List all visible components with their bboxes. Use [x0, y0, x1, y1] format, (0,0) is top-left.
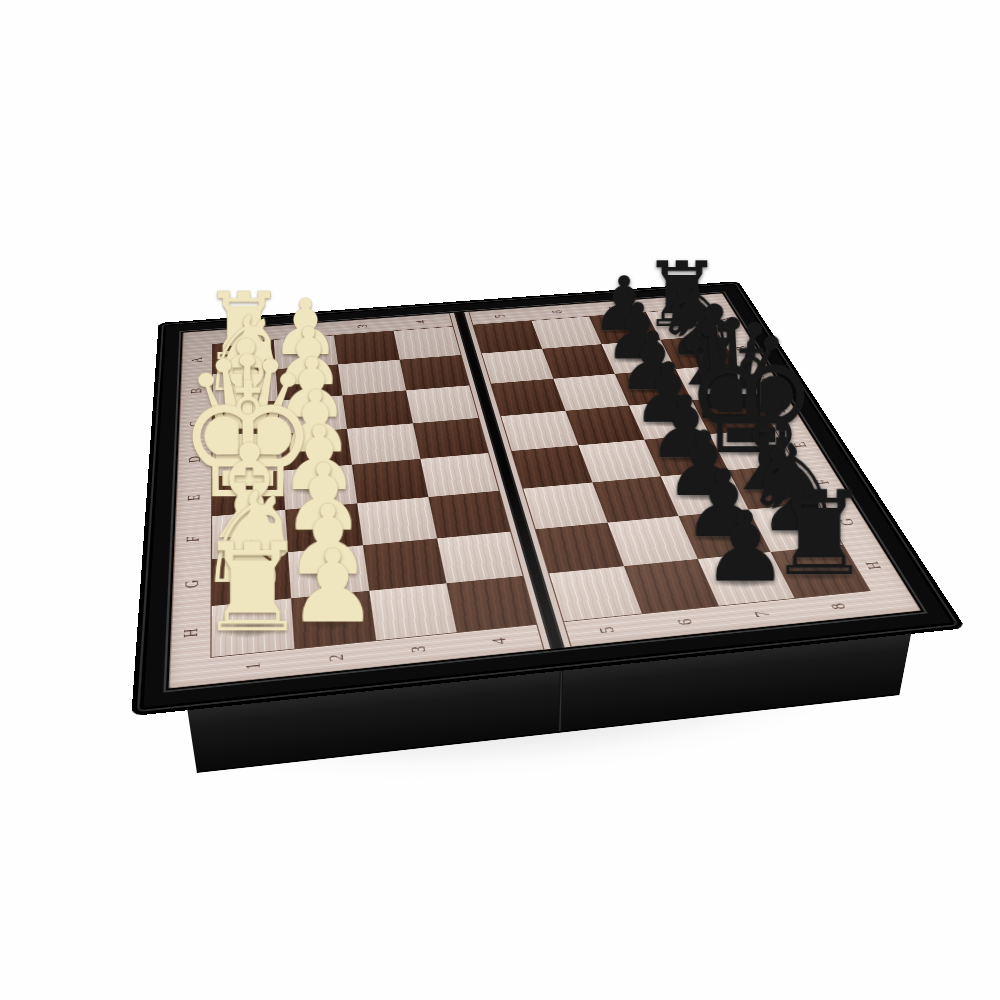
product-photo-stage: AABBCCDDEEFFGGHH1122334455667788 ♜♟♟♜♞♟♟… [0, 0, 1000, 1000]
scene-3d: AABBCCDDEEFFGGHH1122334455667788 ♜♟♟♜♞♟♟… [0, 0, 1000, 1000]
square-b4[interactable] [400, 355, 469, 390]
label-rank-far-4: 4 [409, 316, 434, 328]
label-rank-far-7: 7 [601, 302, 627, 314]
base-hinge-seam [558, 661, 564, 732]
black-pawn-h7[interactable]: ♟ [666, 498, 824, 595]
square-c4[interactable] [406, 385, 478, 423]
square-b3[interactable] [338, 360, 406, 396]
black-pawn-glyph: ♟ [702, 498, 789, 595]
label-rank-far-6: 6 [545, 306, 571, 318]
square-a5[interactable] [473, 321, 542, 354]
square-c5[interactable] [491, 379, 565, 416]
square-b5[interactable] [482, 349, 553, 384]
chess-board: AABBCCDDEEFFGGHH1122334455667788 ♜♟♟♜♞♟♟… [131, 281, 965, 716]
white-rook-glyph: ♜ [197, 526, 307, 649]
white-rook-h1[interactable]: ♜ [170, 526, 335, 649]
label-rank-far-5: 5 [487, 310, 513, 322]
label-rank-far-3: 3 [351, 320, 375, 332]
